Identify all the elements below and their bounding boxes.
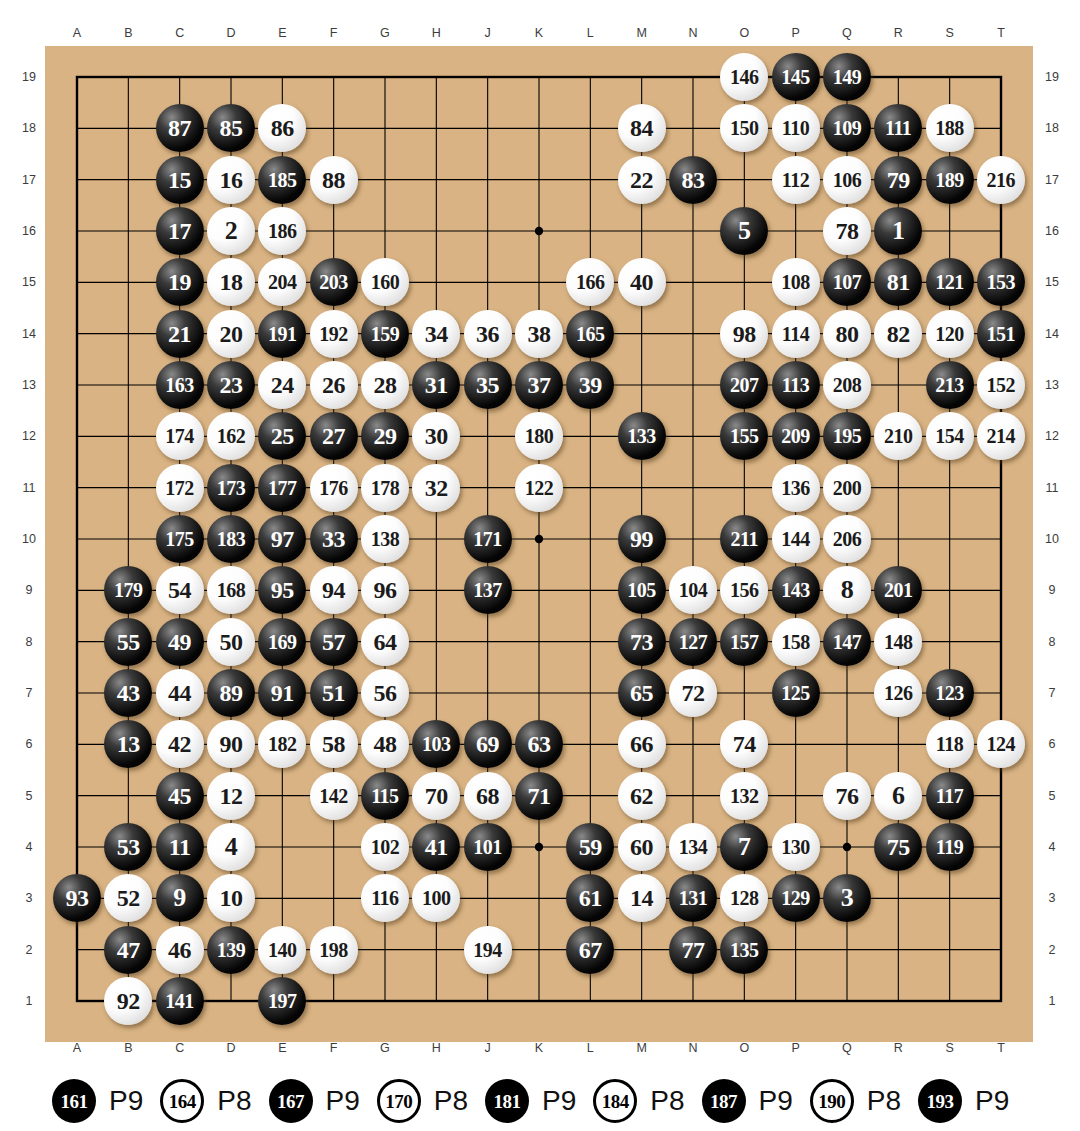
- caption-point-label: P9: [975, 1085, 1009, 1117]
- black-stone-F10: 33: [310, 515, 358, 563]
- move-number: 100: [422, 888, 451, 908]
- move-number: 61: [579, 886, 602, 910]
- move-number: 142: [319, 786, 348, 806]
- move-number: 129: [781, 888, 810, 908]
- move-number: 150: [730, 118, 759, 138]
- column-label-top-G: G: [380, 26, 390, 40]
- caption-move-number: 170: [385, 1092, 412, 1111]
- caption-black-stone-187: 187: [702, 1079, 746, 1123]
- white-stone-P10: 144: [772, 515, 820, 563]
- move-number: 9: [173, 885, 186, 911]
- column-label-top-H: H: [432, 26, 441, 40]
- move-number: 176: [319, 478, 348, 498]
- row-label-right-17: 17: [1045, 173, 1059, 187]
- move-number: 135: [730, 940, 759, 960]
- column-label-bottom-P: P: [791, 1041, 799, 1055]
- white-stone-Q9: 8: [823, 566, 871, 614]
- black-stone-L13: 39: [566, 361, 614, 409]
- move-number: 137: [473, 580, 502, 600]
- column-label-top-L: L: [587, 26, 594, 40]
- move-number: 149: [833, 67, 862, 87]
- column-label-bottom-M: M: [636, 1041, 646, 1055]
- white-stone-G4: 102: [361, 823, 409, 871]
- black-stone-B7: 43: [104, 669, 152, 717]
- white-stone-Q13: 208: [823, 361, 871, 409]
- row-label-left-4: 4: [26, 840, 33, 854]
- white-stone-F17: 88: [310, 156, 358, 204]
- move-number: 216: [987, 170, 1016, 190]
- black-stone-O16: 5: [720, 207, 768, 255]
- black-stone-C14: 21: [156, 310, 204, 358]
- black-stone-R18: 111: [874, 104, 922, 152]
- move-number: 153: [987, 272, 1016, 292]
- move-number: 81: [887, 270, 910, 294]
- caption-move-number: 193: [927, 1092, 954, 1111]
- move-number: 113: [782, 375, 809, 395]
- white-stone-F2: 198: [310, 926, 358, 974]
- move-number: 39: [579, 373, 602, 397]
- black-stone-S5: 117: [926, 772, 974, 820]
- move-number: 21: [168, 322, 191, 346]
- column-label-bottom-R: R: [894, 1041, 903, 1055]
- black-stone-D13: 23: [207, 361, 255, 409]
- white-stone-Q5: 76: [823, 772, 871, 820]
- row-label-right-10: 10: [1045, 532, 1059, 546]
- row-label-left-14: 14: [22, 327, 36, 341]
- white-stone-E15: 204: [258, 258, 306, 306]
- black-stone-E1: 197: [258, 977, 306, 1025]
- caption-point-label: P8: [867, 1085, 901, 1117]
- black-stone-J4: 101: [464, 823, 512, 871]
- black-stone-B9: 179: [104, 566, 152, 614]
- black-stone-R4: 75: [874, 823, 922, 871]
- row-label-left-3: 3: [26, 891, 33, 905]
- move-number: 23: [219, 373, 242, 397]
- move-number: 191: [268, 324, 297, 344]
- black-stone-L3: 61: [566, 874, 614, 922]
- column-label-top-N: N: [688, 26, 697, 40]
- white-stone-D12: 162: [207, 412, 255, 460]
- white-stone-Q16: 78: [823, 207, 871, 255]
- black-stone-D2: 139: [207, 926, 255, 974]
- move-number: 92: [117, 989, 140, 1013]
- move-number: 146: [730, 67, 759, 87]
- caption-black-stone-193: 193: [918, 1079, 962, 1123]
- column-label-bottom-C: C: [175, 1041, 184, 1055]
- black-stone-S4: 119: [926, 823, 974, 871]
- black-stone-C3: 9: [156, 874, 204, 922]
- column-label-top-O: O: [739, 26, 749, 40]
- move-number: 44: [168, 681, 191, 705]
- move-number: 130: [781, 837, 810, 857]
- white-stone-Q14: 80: [823, 310, 871, 358]
- column-label-bottom-E: E: [278, 1041, 286, 1055]
- row-label-right-13: 13: [1045, 378, 1059, 392]
- row-label-right-5: 5: [1049, 789, 1056, 803]
- white-stone-M3: 14: [618, 874, 666, 922]
- caption-move-number: 167: [277, 1092, 304, 1111]
- move-number: 139: [217, 940, 246, 960]
- row-label-left-8: 8: [26, 635, 33, 649]
- move-number: 132: [730, 786, 759, 806]
- move-number: 96: [373, 578, 396, 602]
- black-stone-D18: 85: [207, 104, 255, 152]
- caption-point-label: P9: [109, 1085, 143, 1117]
- move-number: 185: [268, 170, 297, 190]
- move-number: 17: [168, 219, 191, 243]
- move-number: 102: [371, 837, 400, 857]
- white-stone-G10: 138: [361, 515, 409, 563]
- white-stone-G13: 28: [361, 361, 409, 409]
- row-label-right-19: 19: [1045, 70, 1059, 84]
- black-stone-S7: 123: [926, 669, 974, 717]
- move-number: 41: [425, 835, 448, 859]
- go-board: 1461451498785868415011010911118815161858…: [45, 46, 1033, 1042]
- black-stone-L14: 165: [566, 310, 614, 358]
- white-stone-E6: 182: [258, 720, 306, 768]
- black-stone-B4: 53: [104, 823, 152, 871]
- caption-point-label: P9: [326, 1085, 360, 1117]
- move-number: 198: [319, 940, 348, 960]
- black-stone-N17: 83: [669, 156, 717, 204]
- move-number: 171: [473, 529, 502, 549]
- column-label-top-J: J: [485, 26, 491, 40]
- move-number: 208: [833, 375, 862, 395]
- white-stone-M15: 40: [618, 258, 666, 306]
- black-stone-P19: 145: [772, 53, 820, 101]
- move-number: 77: [681, 938, 704, 962]
- black-stone-D10: 183: [207, 515, 255, 563]
- move-number: 144: [781, 529, 810, 549]
- white-stone-J2: 194: [464, 926, 512, 974]
- row-label-left-19: 19: [22, 70, 36, 84]
- caption-move-number: 164: [169, 1092, 196, 1111]
- move-number: 43: [117, 681, 140, 705]
- row-label-right-11: 11: [1046, 481, 1059, 495]
- move-number: 59: [579, 835, 602, 859]
- row-label-left-15: 15: [22, 275, 36, 289]
- black-stone-R16: 1: [874, 207, 922, 255]
- move-number: 48: [373, 732, 396, 756]
- black-stone-Q15: 107: [823, 258, 871, 306]
- white-stone-C9: 54: [156, 566, 204, 614]
- caption-item-move-190: 190P8: [810, 1079, 901, 1123]
- column-label-bottom-O: O: [739, 1041, 749, 1055]
- black-stone-N3: 131: [669, 874, 717, 922]
- move-number: 56: [373, 681, 396, 705]
- row-label-left-11: 11: [23, 481, 36, 495]
- move-number: 71: [527, 784, 550, 808]
- white-stone-O9: 156: [720, 566, 768, 614]
- move-number: 211: [731, 529, 758, 549]
- move-number: 138: [371, 529, 400, 549]
- black-stone-P13: 113: [772, 361, 820, 409]
- go-kifu-diagram: ABCDEFGHJKLMNOPQRST ABCDEFGHJKLMNOPQRST …: [0, 0, 1080, 1131]
- black-stone-R17: 79: [874, 156, 922, 204]
- move-number: 118: [936, 734, 963, 754]
- move-number: 145: [781, 67, 810, 87]
- move-number: 30: [425, 424, 448, 448]
- black-stone-C18: 87: [156, 104, 204, 152]
- move-number: 133: [627, 426, 656, 446]
- move-number: 12: [219, 784, 242, 808]
- move-number: 213: [935, 375, 964, 395]
- move-number: 85: [219, 116, 242, 140]
- white-stone-P15: 108: [772, 258, 820, 306]
- move-number: 131: [679, 888, 708, 908]
- white-stone-M18: 84: [618, 104, 666, 152]
- move-number: 172: [165, 478, 194, 498]
- move-number: 103: [422, 734, 451, 754]
- caption-item-move-187: 187P9: [702, 1079, 793, 1123]
- move-number: 163: [165, 375, 194, 395]
- row-label-left-2: 2: [26, 943, 33, 957]
- black-stone-C17: 15: [156, 156, 204, 204]
- black-stone-C5: 45: [156, 772, 204, 820]
- white-stone-J5: 68: [464, 772, 512, 820]
- move-number: 105: [627, 580, 656, 600]
- move-number: 51: [322, 681, 345, 705]
- caption-white-stone-184: 184: [593, 1079, 637, 1123]
- white-stone-D17: 16: [207, 156, 255, 204]
- move-number: 97: [271, 527, 294, 551]
- move-number: 182: [268, 734, 297, 754]
- move-number: 134: [679, 837, 708, 857]
- black-stone-K6: 63: [515, 720, 563, 768]
- column-label-bottom-S: S: [945, 1041, 953, 1055]
- white-stone-M6: 66: [618, 720, 666, 768]
- caption-point-label: P8: [650, 1085, 684, 1117]
- move-number: 79: [887, 168, 910, 192]
- white-stone-O6: 74: [720, 720, 768, 768]
- move-number: 19: [168, 270, 191, 294]
- column-label-bottom-L: L: [587, 1041, 594, 1055]
- column-label-top-K: K: [535, 26, 543, 40]
- white-stone-P8: 158: [772, 618, 820, 666]
- move-number: 154: [935, 426, 964, 446]
- white-stone-R5: 6: [874, 772, 922, 820]
- move-number: 33: [322, 527, 345, 551]
- move-number: 127: [679, 632, 708, 652]
- black-stone-H13: 31: [412, 361, 460, 409]
- caption-item-move-164: 164P8: [160, 1079, 251, 1123]
- white-stone-D6: 90: [207, 720, 255, 768]
- black-stone-F7: 51: [310, 669, 358, 717]
- caption-move-number: 187: [710, 1092, 737, 1111]
- black-stone-H4: 41: [412, 823, 460, 871]
- black-stone-B8: 55: [104, 618, 152, 666]
- black-stone-F15: 203: [310, 258, 358, 306]
- move-number: 112: [782, 170, 809, 190]
- caption-item-move-167: 167P9: [269, 1079, 360, 1123]
- white-stone-H12: 30: [412, 412, 460, 460]
- white-stone-G15: 160: [361, 258, 409, 306]
- board-grid: 1461451498785868415011010911118815161858…: [51, 51, 1026, 1026]
- move-number: 73: [630, 630, 653, 654]
- move-number: 47: [117, 938, 140, 962]
- white-stone-C7: 44: [156, 669, 204, 717]
- move-number: 68: [476, 784, 499, 808]
- black-stone-J6: 69: [464, 720, 512, 768]
- move-number: 178: [371, 478, 400, 498]
- move-number: 114: [782, 324, 809, 344]
- move-number: 206: [833, 529, 862, 549]
- row-label-right-15: 15: [1045, 275, 1059, 289]
- white-stone-M5: 62: [618, 772, 666, 820]
- white-stone-J14: 36: [464, 310, 512, 358]
- row-label-left-18: 18: [22, 121, 36, 135]
- move-number: 55: [117, 630, 140, 654]
- black-stone-H6: 103: [412, 720, 460, 768]
- black-stone-C13: 163: [156, 361, 204, 409]
- move-number: 28: [373, 373, 396, 397]
- move-number: 106: [833, 170, 862, 190]
- move-number: 60: [630, 835, 653, 859]
- move-number: 26: [322, 373, 345, 397]
- move-number: 13: [117, 732, 140, 756]
- caption-point-label: P9: [759, 1085, 793, 1117]
- white-stone-G6: 48: [361, 720, 409, 768]
- move-number: 78: [835, 219, 858, 243]
- white-stone-D3: 10: [207, 874, 255, 922]
- column-label-bottom-G: G: [380, 1041, 390, 1055]
- move-number: 62: [630, 784, 653, 808]
- black-stone-E12: 25: [258, 412, 306, 460]
- move-number: 173: [217, 478, 246, 498]
- move-number: 25: [271, 424, 294, 448]
- black-stone-S17: 189: [926, 156, 974, 204]
- black-stone-O13: 207: [720, 361, 768, 409]
- move-number: 50: [219, 630, 242, 654]
- black-stone-P7: 125: [772, 669, 820, 717]
- move-number: 40: [630, 270, 653, 294]
- move-number: 91: [271, 681, 294, 705]
- column-label-top-A: A: [73, 26, 81, 40]
- black-stone-S13: 213: [926, 361, 974, 409]
- caption-move-number: 181: [494, 1092, 521, 1111]
- move-number: 136: [781, 478, 810, 498]
- black-stone-D7: 89: [207, 669, 255, 717]
- white-stone-G11: 178: [361, 464, 409, 512]
- move-number: 35: [476, 373, 499, 397]
- white-stone-M17: 22: [618, 156, 666, 204]
- black-stone-C10: 175: [156, 515, 204, 563]
- black-stone-E11: 177: [258, 464, 306, 512]
- move-number: 38: [527, 322, 550, 346]
- row-label-left-5: 5: [26, 789, 33, 803]
- row-label-right-14: 14: [1045, 327, 1059, 341]
- move-number: 209: [781, 426, 810, 446]
- black-stone-Q18: 109: [823, 104, 871, 152]
- column-label-top-C: C: [175, 26, 184, 40]
- move-number: 115: [371, 786, 398, 806]
- move-number: 141: [165, 991, 194, 1011]
- column-label-top-S: S: [945, 26, 953, 40]
- move-number: 49: [168, 630, 191, 654]
- column-label-bottom-Q: Q: [842, 1041, 852, 1055]
- black-stone-F12: 27: [310, 412, 358, 460]
- move-number: 165: [576, 324, 605, 344]
- move-number: 54: [168, 578, 191, 602]
- white-stone-D5: 12: [207, 772, 255, 820]
- row-label-right-4: 4: [1049, 840, 1056, 854]
- move-number: 80: [835, 322, 858, 346]
- white-stone-P17: 112: [772, 156, 820, 204]
- move-number: 8: [841, 577, 854, 603]
- move-number: 101: [473, 837, 502, 857]
- move-number: 69: [476, 732, 499, 756]
- caption-item-move-193: 193P9: [918, 1079, 1009, 1123]
- row-label-left-1: 1: [26, 994, 33, 1008]
- white-stone-C2: 46: [156, 926, 204, 974]
- white-stone-F13: 26: [310, 361, 358, 409]
- black-stone-G5: 115: [361, 772, 409, 820]
- black-stone-M7: 65: [618, 669, 666, 717]
- move-number: 174: [165, 426, 194, 446]
- white-stone-D16: 2: [207, 207, 255, 255]
- move-number: 6: [892, 783, 905, 809]
- caption-point-label: P8: [217, 1085, 251, 1117]
- row-label-right-1: 1: [1049, 994, 1056, 1008]
- move-number: 74: [733, 732, 756, 756]
- white-stone-S12: 154: [926, 412, 974, 460]
- move-number: 98: [733, 322, 756, 346]
- white-stone-C12: 174: [156, 412, 204, 460]
- move-number: 177: [268, 478, 297, 498]
- move-number: 200: [833, 478, 862, 498]
- black-stone-M8: 73: [618, 618, 666, 666]
- move-number: 162: [217, 426, 246, 446]
- move-number: 95: [271, 578, 294, 602]
- move-number: 57: [322, 630, 345, 654]
- move-number: 93: [65, 886, 88, 910]
- black-stone-R15: 81: [874, 258, 922, 306]
- move-number: 88: [322, 168, 345, 192]
- row-label-left-16: 16: [22, 224, 36, 238]
- caption-move-number: 184: [602, 1092, 629, 1111]
- black-stone-E17: 185: [258, 156, 306, 204]
- move-number: 65: [630, 681, 653, 705]
- move-number: 36: [476, 322, 499, 346]
- move-number: 160: [371, 272, 400, 292]
- black-stone-J9: 137: [464, 566, 512, 614]
- black-stone-C1: 141: [156, 977, 204, 1025]
- move-number: 20: [219, 322, 242, 346]
- row-label-right-8: 8: [1049, 635, 1056, 649]
- row-label-right-12: 12: [1045, 429, 1059, 443]
- black-stone-Q19: 149: [823, 53, 871, 101]
- black-stone-K13: 37: [515, 361, 563, 409]
- column-label-bottom-F: F: [330, 1041, 338, 1055]
- white-stone-O14: 98: [720, 310, 768, 358]
- move-number: 117: [936, 786, 963, 806]
- white-stone-E18: 86: [258, 104, 306, 152]
- move-number: 107: [833, 272, 862, 292]
- black-stone-G14: 159: [361, 310, 409, 358]
- black-stone-E8: 169: [258, 618, 306, 666]
- move-number: 179: [114, 580, 143, 600]
- move-number: 82: [887, 322, 910, 346]
- move-number: 194: [473, 940, 502, 960]
- black-stone-T15: 153: [977, 258, 1025, 306]
- white-stone-P11: 136: [772, 464, 820, 512]
- caption-move-number: 190: [818, 1092, 845, 1111]
- move-number: 156: [730, 580, 759, 600]
- move-number: 143: [781, 580, 810, 600]
- black-stone-E9: 95: [258, 566, 306, 614]
- row-label-left-10: 10: [22, 532, 36, 546]
- move-number: 152: [987, 375, 1016, 395]
